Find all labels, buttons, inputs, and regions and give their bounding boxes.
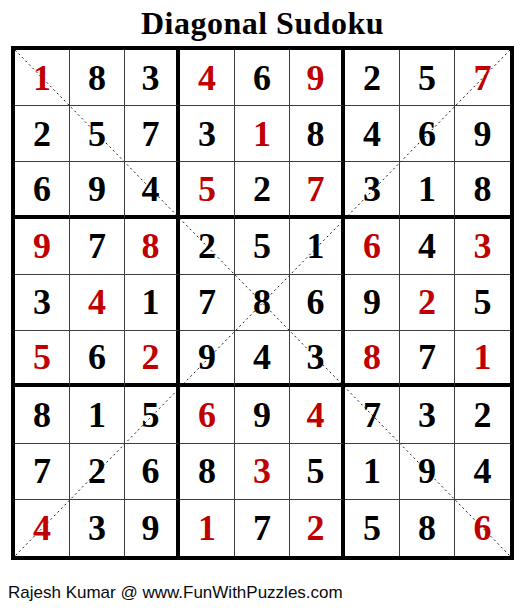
cell-r4c7: 6 xyxy=(345,219,400,275)
cell-r7c2: 1 xyxy=(70,387,125,443)
cell-r2c2: 5 xyxy=(70,106,125,162)
cell-r4c6: 1 xyxy=(290,219,345,275)
cell-r9c9: 6 xyxy=(455,500,510,556)
cell-r3c2: 9 xyxy=(70,162,125,218)
cell-r9c1: 4 xyxy=(15,500,70,556)
cell-r7c4: 6 xyxy=(180,387,235,443)
cell-r3c4: 5 xyxy=(180,162,235,218)
sudoku-grid: 1834692572573184696945273189782516433417… xyxy=(15,50,510,556)
cell-r4c2: 7 xyxy=(70,219,125,275)
cell-r1c9: 7 xyxy=(455,50,510,106)
page-title: Diagonal Sudoku xyxy=(0,0,525,45)
cell-r7c1: 8 xyxy=(15,387,70,443)
cell-r8c6: 5 xyxy=(290,444,345,500)
cell-r1c7: 2 xyxy=(345,50,400,106)
cell-r9c6: 2 xyxy=(290,500,345,556)
cell-r6c2: 6 xyxy=(70,331,125,387)
cell-r8c9: 4 xyxy=(455,444,510,500)
cell-r7c5: 9 xyxy=(235,387,290,443)
cell-r8c7: 1 xyxy=(345,444,400,500)
cell-r2c7: 4 xyxy=(345,106,400,162)
cell-r4c1: 9 xyxy=(15,219,70,275)
cell-r2c6: 8 xyxy=(290,106,345,162)
cell-r6c8: 7 xyxy=(400,331,455,387)
cell-r3c5: 2 xyxy=(235,162,290,218)
cell-r5c4: 7 xyxy=(180,275,235,331)
cell-r5c8: 2 xyxy=(400,275,455,331)
cell-r4c4: 2 xyxy=(180,219,235,275)
cell-r9c5: 7 xyxy=(235,500,290,556)
cell-r9c8: 8 xyxy=(400,500,455,556)
cell-r8c4: 8 xyxy=(180,444,235,500)
cell-r5c2: 4 xyxy=(70,275,125,331)
cell-r3c9: 8 xyxy=(455,162,510,218)
cell-r2c3: 7 xyxy=(125,106,180,162)
cell-r4c3: 8 xyxy=(125,219,180,275)
cell-r2c4: 3 xyxy=(180,106,235,162)
cell-r1c1: 1 xyxy=(15,50,70,106)
cell-r3c8: 1 xyxy=(400,162,455,218)
cell-r5c1: 3 xyxy=(15,275,70,331)
cell-r7c6: 4 xyxy=(290,387,345,443)
cell-r5c3: 1 xyxy=(125,275,180,331)
cell-r2c1: 2 xyxy=(15,106,70,162)
cell-r5c6: 6 xyxy=(290,275,345,331)
cell-r6c7: 8 xyxy=(345,331,400,387)
credit-text: Rajesh Kumar @ www.FunWithPuzzles.com xyxy=(8,583,518,603)
cell-r4c9: 3 xyxy=(455,219,510,275)
cell-r2c5: 1 xyxy=(235,106,290,162)
cell-r9c4: 1 xyxy=(180,500,235,556)
cell-r9c3: 9 xyxy=(125,500,180,556)
cell-r7c8: 3 xyxy=(400,387,455,443)
cell-r8c5: 3 xyxy=(235,444,290,500)
cell-r8c3: 6 xyxy=(125,444,180,500)
cell-r6c9: 1 xyxy=(455,331,510,387)
cell-r6c1: 5 xyxy=(15,331,70,387)
cell-r6c6: 3 xyxy=(290,331,345,387)
cell-r8c2: 2 xyxy=(70,444,125,500)
cell-r8c8: 9 xyxy=(400,444,455,500)
cell-r2c8: 6 xyxy=(400,106,455,162)
cell-r9c2: 3 xyxy=(70,500,125,556)
cell-r8c1: 7 xyxy=(15,444,70,500)
cell-r3c3: 4 xyxy=(125,162,180,218)
cell-r1c5: 6 xyxy=(235,50,290,106)
cell-r5c5: 8 xyxy=(235,275,290,331)
cell-r7c7: 7 xyxy=(345,387,400,443)
cell-r1c8: 5 xyxy=(400,50,455,106)
cell-r1c2: 8 xyxy=(70,50,125,106)
cell-r1c3: 3 xyxy=(125,50,180,106)
cell-r6c4: 9 xyxy=(180,331,235,387)
cell-r9c7: 5 xyxy=(345,500,400,556)
cell-r7c9: 2 xyxy=(455,387,510,443)
cell-r5c9: 5 xyxy=(455,275,510,331)
cell-r3c1: 6 xyxy=(15,162,70,218)
cell-r2c9: 9 xyxy=(455,106,510,162)
cell-r3c7: 3 xyxy=(345,162,400,218)
cell-r5c7: 9 xyxy=(345,275,400,331)
cell-r1c6: 9 xyxy=(290,50,345,106)
sudoku-board: 1834692572573184696945273189782516433417… xyxy=(11,46,514,560)
cell-r4c8: 4 xyxy=(400,219,455,275)
cell-r6c3: 2 xyxy=(125,331,180,387)
cell-r3c6: 7 xyxy=(290,162,345,218)
cell-r6c5: 4 xyxy=(235,331,290,387)
cell-r7c3: 5 xyxy=(125,387,180,443)
cell-r4c5: 5 xyxy=(235,219,290,275)
cell-r1c4: 4 xyxy=(180,50,235,106)
